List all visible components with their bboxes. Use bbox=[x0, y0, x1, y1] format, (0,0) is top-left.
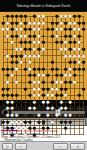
triangle-marker-icon: ▲ bbox=[33, 94, 36, 97]
intersection[interactable]: ● bbox=[64, 125, 68, 132]
intersection[interactable] bbox=[82, 125, 86, 132]
black-stone: ● bbox=[42, 125, 46, 132]
black-stone: ● bbox=[1, 66, 5, 73]
black-stone: ● bbox=[64, 125, 68, 132]
black-stone: ● bbox=[24, 86, 28, 93]
white-stone: ● bbox=[15, 132, 19, 139]
intersection[interactable]: ● bbox=[68, 99, 72, 106]
star-point bbox=[43, 35, 45, 37]
intersection[interactable]: ● bbox=[77, 99, 81, 106]
intersection[interactable]: ● bbox=[50, 119, 54, 126]
black-stone: ● bbox=[24, 66, 28, 73]
white-stone: ● bbox=[42, 46, 46, 53]
intersection[interactable]: ● bbox=[19, 59, 23, 66]
intersection[interactable] bbox=[82, 99, 86, 106]
black-stone: ● bbox=[28, 125, 32, 132]
white-stone: ● bbox=[59, 46, 63, 53]
star-point bbox=[16, 75, 18, 77]
black-stone: ● bbox=[82, 26, 86, 33]
intersection[interactable]: ● bbox=[10, 72, 14, 79]
black-stone: ● bbox=[82, 86, 86, 93]
white-stone: ● bbox=[15, 66, 19, 73]
white-stone: ● bbox=[50, 119, 54, 126]
white-stone: ● bbox=[68, 99, 72, 106]
white-stone: ● bbox=[59, 105, 63, 112]
white-stone: ● bbox=[33, 53, 37, 60]
black-stone: ● bbox=[33, 132, 37, 139]
white-stone: ● bbox=[19, 125, 23, 132]
white-stone: ● bbox=[42, 20, 46, 27]
intersection[interactable]: ● bbox=[68, 119, 72, 126]
intersection[interactable]: ● bbox=[41, 46, 45, 53]
black-stone: ● bbox=[28, 79, 32, 86]
triangle-marker-icon: ▲ bbox=[33, 100, 36, 103]
game-title: Takemiya Masaki vs Kobayashi Koichi bbox=[16, 4, 70, 8]
black-stone: ● bbox=[46, 125, 50, 132]
black-stone: ● bbox=[77, 99, 81, 106]
intersection[interactable]: ● bbox=[14, 132, 18, 139]
white-stone: ● bbox=[15, 79, 19, 86]
intersection[interactable]: ● bbox=[73, 105, 77, 112]
intersection[interactable] bbox=[82, 119, 86, 126]
black-stone: ● bbox=[1, 119, 5, 126]
white-stone: ● bbox=[10, 39, 14, 46]
black-stone: ● bbox=[24, 105, 28, 112]
first-move-button[interactable]: |< bbox=[2, 143, 13, 150]
navigation-button-bar: |< < > >| bbox=[0, 141, 87, 150]
black-stone: ● bbox=[10, 132, 14, 139]
white-stone: ● bbox=[19, 59, 23, 66]
intersection[interactable]: ● bbox=[32, 132, 36, 139]
intersection[interactable]: ● bbox=[23, 132, 27, 139]
black-stone: ● bbox=[68, 79, 72, 86]
white-stone: ● bbox=[24, 53, 28, 60]
black-stone: ● bbox=[82, 66, 86, 73]
intersection[interactable]: ● bbox=[82, 86, 86, 93]
board-grid: ●●●●●●●●●●●●●●●●●●●●●●●●●●●●●●●●●●●●●●●●… bbox=[0, 12, 87, 100]
previous-move-button[interactable]: < bbox=[15, 143, 27, 150]
intersection[interactable] bbox=[82, 72, 86, 79]
intersection[interactable] bbox=[82, 132, 86, 139]
intersection[interactable]: ● bbox=[10, 39, 14, 46]
go-app-window: Takemiya Masaki vs Kobayashi Koichi ●●●●… bbox=[0, 0, 87, 150]
last-move-button[interactable]: >| bbox=[70, 143, 85, 150]
black-stone: ● bbox=[68, 119, 72, 126]
go-board[interactable]: ●●●●●●●●●●●●●●●●●●●●●●●●●●●●●●●●●●●●●●●●… bbox=[0, 12, 87, 100]
intersection[interactable]: ● bbox=[82, 26, 86, 33]
white-stone: ● bbox=[73, 79, 77, 86]
black-stone: ● bbox=[77, 66, 81, 73]
white-stone: ● bbox=[33, 105, 37, 112]
black-stone: ● bbox=[50, 33, 54, 40]
intersection[interactable]: ● bbox=[73, 79, 77, 86]
white-stone: ● bbox=[59, 26, 63, 33]
intersection[interactable] bbox=[82, 33, 86, 40]
intersection[interactable]: ● bbox=[37, 53, 41, 60]
white-stone: ● bbox=[24, 132, 28, 139]
white-stone: ● bbox=[1, 26, 5, 33]
intersection[interactable]: ● bbox=[14, 66, 18, 73]
intersection[interactable]: ● bbox=[82, 66, 86, 73]
intersection[interactable]: ● bbox=[14, 79, 18, 86]
next-move-button[interactable]: > bbox=[53, 143, 68, 150]
black-stone: ● bbox=[37, 119, 41, 126]
white-stone: ● bbox=[10, 72, 14, 79]
black-stone: ● bbox=[50, 66, 54, 73]
intersection[interactable] bbox=[82, 92, 86, 99]
intersection[interactable]: ● bbox=[46, 125, 50, 132]
white-stone: ● bbox=[50, 105, 54, 112]
title-bar: Takemiya Masaki vs Kobayashi Koichi bbox=[0, 0, 87, 12]
black-stone: ● bbox=[73, 105, 77, 112]
white-stone: ● bbox=[37, 53, 41, 60]
black-stone: ● bbox=[59, 119, 63, 126]
